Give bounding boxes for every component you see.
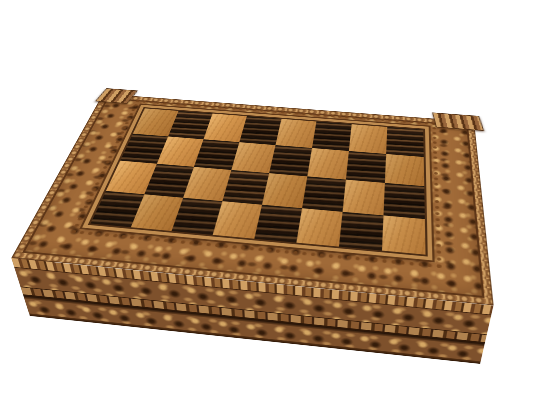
board-frame [82,105,432,261]
board-square-dark [302,176,346,211]
board-square-light [384,154,423,187]
board-square-dark [312,122,352,151]
board-square-light [381,215,425,255]
board-square-light [231,142,275,173]
board-square-light [342,180,384,215]
board-square-dark [386,127,424,157]
board-square-dark [338,211,383,250]
board-square-light [130,194,182,231]
board-square-light [212,201,261,239]
board-square-dark [254,204,302,242]
board-square-dark [345,151,385,183]
board-square-dark [171,197,222,234]
product-photo-stage [0,0,533,400]
board-square-light [262,173,307,208]
board-square-dark [90,191,144,228]
board-square-dark [222,170,269,204]
chessboard [90,108,425,254]
perspective-scene [0,0,533,400]
board-square-light [106,161,157,194]
board-square-light [348,124,386,153]
board-square-dark [383,183,424,219]
board-square-light [296,208,342,247]
carved-game-box [11,94,493,306]
board-square-dark [269,145,312,177]
board-square-light [275,119,316,148]
board-square-light [307,148,349,180]
